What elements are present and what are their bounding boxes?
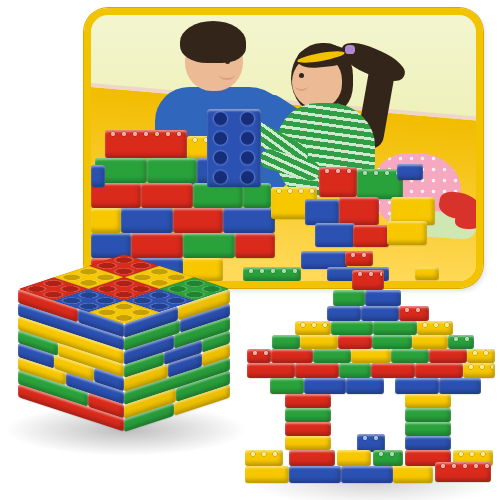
brick-G bbox=[147, 158, 197, 183]
brick-Y bbox=[463, 363, 495, 378]
brick-R bbox=[399, 306, 429, 321]
brick-R bbox=[235, 233, 275, 258]
brick-R bbox=[319, 167, 357, 197]
brick-R bbox=[289, 450, 335, 466]
brick-G bbox=[313, 349, 351, 363]
brick-G bbox=[391, 349, 429, 363]
brick-R bbox=[435, 462, 491, 482]
brick-R bbox=[285, 394, 331, 408]
brick-B bbox=[121, 208, 173, 233]
brick-R bbox=[371, 363, 415, 378]
brick-R bbox=[247, 363, 295, 378]
brick-B bbox=[315, 223, 355, 247]
brick-B bbox=[395, 378, 439, 394]
brick-R bbox=[352, 270, 384, 290]
brick-Y bbox=[467, 349, 495, 363]
block-archway bbox=[245, 268, 497, 490]
brick-R bbox=[339, 197, 379, 225]
brick-R bbox=[353, 225, 389, 247]
brick-B bbox=[405, 436, 451, 450]
brick-Y bbox=[351, 349, 391, 363]
brick-G bbox=[405, 408, 451, 422]
brick-Y bbox=[285, 436, 331, 450]
brick-G bbox=[405, 422, 451, 436]
block-cube bbox=[12, 254, 240, 444]
brick-G bbox=[373, 450, 403, 466]
brick-B bbox=[397, 164, 423, 180]
scene bbox=[0, 0, 500, 500]
brick-Y bbox=[295, 321, 331, 335]
brick-R bbox=[285, 422, 331, 436]
brick-Y bbox=[337, 450, 371, 466]
brick-R bbox=[271, 349, 313, 363]
brick-B bbox=[223, 208, 275, 233]
brick-B bbox=[304, 378, 346, 394]
brick-G bbox=[373, 321, 417, 335]
brick-G bbox=[272, 335, 300, 349]
brick-G bbox=[285, 408, 331, 422]
brick-Y bbox=[387, 221, 427, 245]
brick-Y bbox=[245, 466, 289, 483]
brick-G bbox=[372, 335, 412, 349]
brick-B bbox=[327, 306, 361, 321]
brick-R bbox=[415, 363, 463, 378]
brick-Y bbox=[405, 394, 451, 408]
brick-R bbox=[429, 349, 467, 363]
brick-B bbox=[341, 466, 393, 483]
brick-B bbox=[289, 466, 341, 483]
brick-G bbox=[331, 321, 373, 335]
brick-Y bbox=[300, 335, 338, 349]
brick-R bbox=[105, 130, 187, 158]
brick-B bbox=[365, 290, 401, 306]
brick-B bbox=[361, 306, 399, 321]
brick-R bbox=[173, 208, 223, 233]
brick-Y bbox=[245, 450, 283, 466]
brick-G bbox=[339, 363, 371, 378]
brick-R bbox=[345, 251, 373, 266]
brick-B bbox=[346, 378, 384, 394]
brick-R bbox=[247, 349, 271, 363]
brick-B bbox=[305, 199, 339, 225]
brick-G bbox=[448, 335, 474, 349]
product-photo bbox=[84, 8, 483, 288]
brick-R bbox=[141, 183, 193, 208]
brick-R bbox=[338, 335, 372, 349]
brick-Y bbox=[412, 335, 448, 349]
brick-B bbox=[207, 109, 261, 187]
brick-G bbox=[333, 290, 365, 306]
brick-Y bbox=[393, 466, 433, 483]
brick-B bbox=[439, 378, 481, 394]
brick-Y bbox=[91, 208, 121, 233]
brick-R bbox=[295, 363, 339, 378]
brick-Y bbox=[417, 321, 453, 335]
brick-B bbox=[91, 165, 105, 187]
photo-blocks bbox=[91, 15, 476, 281]
brick-G bbox=[270, 378, 304, 394]
